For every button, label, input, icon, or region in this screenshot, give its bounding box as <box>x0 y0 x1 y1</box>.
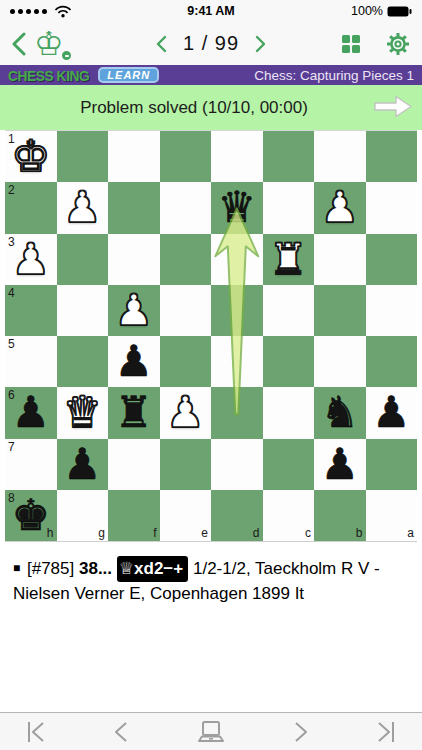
first-move-button[interactable] <box>24 719 50 745</box>
square-a5[interactable] <box>366 336 418 387</box>
square-g1[interactable] <box>57 131 109 182</box>
move-number: 38... <box>79 559 112 578</box>
skip-to-end-icon <box>372 719 398 745</box>
square-f7[interactable] <box>108 439 160 490</box>
square-h3[interactable]: 3♟ <box>5 234 57 285</box>
square-h2[interactable]: 2 <box>5 182 57 233</box>
bottom-toolbar <box>0 712 422 750</box>
square-d3[interactable] <box>211 234 263 285</box>
next-problem-button[interactable] <box>255 35 266 53</box>
square-f3[interactable] <box>108 234 160 285</box>
rank-label: 4 <box>8 286 15 300</box>
file-label: a <box>407 526 414 540</box>
square-f2[interactable] <box>108 182 160 233</box>
computer-board-button[interactable] <box>194 719 228 745</box>
piece-bP-g7: ♟ <box>57 439 109 490</box>
file-label: f <box>153 526 156 540</box>
bullet-icon: ■ <box>13 561 20 575</box>
file-label: b <box>356 526 363 540</box>
piece-wP-e6: ♟ <box>160 387 212 438</box>
square-d4[interactable] <box>211 285 263 336</box>
piece-wP-b2: ♟ <box>314 182 366 233</box>
square-a6[interactable]: ♟ <box>366 387 418 438</box>
square-g4[interactable] <box>57 285 109 336</box>
piece-wQ-g6: ♛ <box>57 387 109 438</box>
piece-wP-f4: ♟ <box>108 285 160 336</box>
square-h4[interactable]: 4 <box>5 285 57 336</box>
status-bar: 9:41 AM 100% <box>0 0 422 22</box>
move-text: xd2−+ <box>134 559 183 578</box>
square-h8[interactable]: 8h♚ <box>5 490 57 541</box>
square-a8[interactable]: a <box>366 490 418 541</box>
rank-label: 3 <box>8 235 15 249</box>
square-g2[interactable]: ♟ <box>57 182 109 233</box>
rank-label: 2 <box>8 183 15 197</box>
file-label: h <box>47 526 54 540</box>
square-b5[interactable] <box>314 336 366 387</box>
square-h7[interactable]: 7 <box>5 439 57 490</box>
square-a2[interactable] <box>366 182 418 233</box>
square-d1[interactable] <box>211 131 263 182</box>
settings-button[interactable] <box>386 32 410 56</box>
square-h6[interactable]: 6♟ <box>5 387 57 438</box>
move-caption: ■ [#785] 38... ♕xd2−+ 1/2-1/2, Taeckholm… <box>13 556 409 606</box>
next-arrow-button[interactable] <box>372 93 414 123</box>
square-g7[interactable]: ♟ <box>57 439 109 490</box>
grid-icon <box>342 35 360 53</box>
previous-move-button[interactable] <box>109 719 135 745</box>
piece-bP-b7: ♟ <box>314 439 366 490</box>
brand-bar: CHESS KING LEARN Chess: Capturing Pieces… <box>0 65 422 85</box>
piece-wP-g2: ♟ <box>57 182 109 233</box>
battery-percent: 100% <box>351 4 383 18</box>
battery-icon <box>387 6 412 17</box>
square-f6[interactable]: ♜ <box>108 387 160 438</box>
square-b2[interactable]: ♟ <box>314 182 366 233</box>
square-b7[interactable]: ♟ <box>314 439 366 490</box>
square-c3[interactable]: ♜ <box>263 234 315 285</box>
square-b3[interactable] <box>314 234 366 285</box>
square-b8[interactable]: b <box>314 490 366 541</box>
square-d5[interactable] <box>211 336 263 387</box>
square-c6[interactable] <box>263 387 315 438</box>
rank-label: 8 <box>8 491 15 505</box>
square-c1[interactable] <box>263 131 315 182</box>
square-d7[interactable] <box>211 439 263 490</box>
square-b4[interactable] <box>314 285 366 336</box>
skip-to-start-icon <box>24 719 50 745</box>
next-move-button[interactable] <box>287 719 313 745</box>
problem-number: [#785] <box>27 559 74 578</box>
arrow-right-icon <box>372 93 414 120</box>
prev-problem-button[interactable] <box>156 35 167 53</box>
piece-wR-c3: ♜ <box>263 234 315 285</box>
square-f8[interactable]: f <box>108 490 160 541</box>
piece-bQ-d2: ♛ <box>211 182 263 233</box>
file-label: c <box>305 526 311 540</box>
app-screen: 9:41 AM 100% ♔ 1 / 99 <box>0 0 422 750</box>
square-b1[interactable] <box>314 131 366 182</box>
square-e8[interactable]: e <box>160 490 212 541</box>
square-b6[interactable]: ♞ <box>314 387 366 438</box>
square-e4[interactable] <box>160 285 212 336</box>
square-g3[interactable] <box>57 234 109 285</box>
chevron-right-icon <box>287 719 313 745</box>
file-label: g <box>98 526 105 540</box>
square-e5[interactable] <box>160 336 212 387</box>
chevron-right-icon <box>255 35 266 53</box>
square-e3[interactable] <box>160 234 212 285</box>
square-e2[interactable] <box>160 182 212 233</box>
square-h5[interactable]: 5 <box>5 336 57 387</box>
piece-bN-b6: ♞ <box>314 387 366 438</box>
square-e6[interactable]: ♟ <box>160 387 212 438</box>
square-c4[interactable] <box>263 285 315 336</box>
solved-banner: Problem solved (10/10, 00:00) <box>0 85 422 130</box>
piece-bP-a6: ♟ <box>366 387 418 438</box>
queen-figurine-icon: ♕ <box>119 558 134 578</box>
solved-message: Problem solved (10/10, 00:00) <box>0 98 422 118</box>
piece-bP-f5: ♟ <box>108 336 160 387</box>
square-f4[interactable]: ♟ <box>108 285 160 336</box>
square-c5[interactable] <box>263 336 315 387</box>
square-g6[interactable]: ♛ <box>57 387 109 438</box>
piece-bR-f6: ♜ <box>108 387 160 438</box>
square-d8[interactable]: d <box>211 490 263 541</box>
chess-board: 1♚2♟♛♟3♟♜4♟5♟6♟♛♜♟♞♟7♟♟8h♚gfedcba <box>5 130 417 542</box>
learn-badge: LEARN <box>98 67 159 83</box>
square-h1[interactable]: 1♚ <box>5 131 57 182</box>
highlighted-move[interactable]: ♕xd2−+ <box>117 556 188 582</box>
square-g8[interactable]: g <box>57 490 109 541</box>
gear-icon <box>386 32 410 56</box>
square-c8[interactable]: c <box>263 490 315 541</box>
square-f1[interactable] <box>108 131 160 182</box>
laptop-icon <box>194 719 228 745</box>
square-a4[interactable] <box>366 285 418 336</box>
course-title: Chess: Capturing Pieces 1 <box>254 68 414 83</box>
square-a7[interactable] <box>366 439 418 490</box>
file-label: d <box>253 526 260 540</box>
chevron-left-icon <box>109 719 135 745</box>
square-d6[interactable] <box>211 387 263 438</box>
problem-grid-button[interactable] <box>342 35 360 53</box>
square-c2[interactable] <box>263 182 315 233</box>
square-a3[interactable] <box>366 234 418 285</box>
problem-counter: 1 / 99 <box>183 32 239 55</box>
rank-label: 7 <box>8 440 15 454</box>
last-move-button[interactable] <box>372 719 398 745</box>
rank-label: 5 <box>8 337 15 351</box>
nav-bar: ♔ 1 / 99 <box>0 22 422 65</box>
square-e7[interactable] <box>160 439 212 490</box>
file-label: e <box>201 526 208 540</box>
square-g5[interactable] <box>57 336 109 387</box>
square-e1[interactable] <box>160 131 212 182</box>
square-c7[interactable] <box>263 439 315 490</box>
chevron-left-icon <box>156 35 167 53</box>
rank-label: 6 <box>8 388 15 402</box>
square-a1[interactable] <box>366 131 418 182</box>
rank-label: 1 <box>8 132 15 146</box>
square-f5[interactable]: ♟ <box>108 336 160 387</box>
brand-title: CHESS KING <box>8 67 89 84</box>
square-d2[interactable]: ♛ <box>211 182 263 233</box>
